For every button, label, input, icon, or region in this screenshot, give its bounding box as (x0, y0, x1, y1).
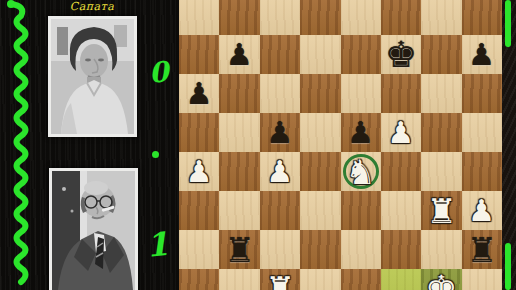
piece-white-rook: ♜ (265, 272, 295, 290)
square-g8[interactable] (421, 0, 461, 35)
square-b1[interactable] (219, 269, 259, 290)
square-b7[interactable]: ♟ (219, 35, 259, 74)
top-player-photo (48, 16, 137, 137)
piece-white-pawn: ♟ (468, 196, 495, 226)
piece-white-knight: ♞ (345, 155, 375, 189)
square-h5[interactable] (462, 113, 502, 152)
board-grid: ♟♚♟♟♟♟♟♟♟♞♜♟♜♜♜♚ (179, 0, 502, 290)
square-c4[interactable]: ♟ (260, 152, 300, 191)
square-e3[interactable] (341, 191, 381, 230)
top-player-score: 0 (147, 55, 170, 90)
piece-white-pawn: ♟ (388, 118, 415, 148)
square-c6[interactable] (260, 74, 300, 113)
video-frame: Сапата 0 (0, 0, 516, 290)
square-d8[interactable] (300, 0, 340, 35)
square-g5[interactable] (421, 113, 461, 152)
square-b5[interactable] (219, 113, 259, 152)
square-g1[interactable]: ♚ (421, 269, 461, 290)
square-a1[interactable] (179, 269, 219, 290)
piece-white-rook: ♜ (426, 194, 456, 228)
square-g4[interactable] (421, 152, 461, 191)
square-h8[interactable] (462, 0, 502, 35)
top-player-portrait (51, 19, 134, 134)
green-line-bottom (505, 243, 511, 290)
square-a7[interactable] (179, 35, 219, 74)
piece-black-rook: ♜ (467, 233, 497, 267)
square-g2[interactable] (421, 230, 461, 269)
square-a8[interactable] (179, 0, 219, 35)
square-f4[interactable] (381, 152, 421, 191)
piece-black-pawn: ♟ (347, 118, 374, 148)
piece-black-pawn: ♟ (226, 40, 253, 70)
square-h7[interactable]: ♟ (462, 35, 502, 74)
square-h1[interactable] (462, 269, 502, 290)
piece-black-rook: ♜ (224, 233, 254, 267)
square-c1[interactable]: ♜ (260, 269, 300, 290)
square-e2[interactable] (341, 230, 381, 269)
piece-black-pawn: ♟ (186, 79, 213, 109)
square-e5[interactable]: ♟ (341, 113, 381, 152)
square-e8[interactable] (341, 0, 381, 35)
piece-white-king: ♚ (425, 271, 457, 290)
square-d3[interactable] (300, 191, 340, 230)
square-e4[interactable]: ♞ (341, 152, 381, 191)
right-frame (502, 0, 516, 290)
bottom-player-score: 1 (144, 225, 170, 265)
piece-black-king: ♚ (385, 37, 417, 73)
piece-black-pawn: ♟ (266, 118, 293, 148)
square-d2[interactable] (300, 230, 340, 269)
square-b2[interactable]: ♜ (219, 230, 259, 269)
top-player-name: Сапата (44, 0, 140, 13)
piece-black-pawn: ♟ (468, 40, 495, 70)
square-a5[interactable] (179, 113, 219, 152)
square-e6[interactable] (341, 74, 381, 113)
green-squiggle-decoration (0, 0, 44, 290)
square-c3[interactable] (260, 191, 300, 230)
bottom-player-portrait (52, 171, 135, 290)
square-b3[interactable] (219, 191, 259, 230)
piece-white-pawn: ♟ (266, 157, 293, 187)
square-d4[interactable] (300, 152, 340, 191)
square-g7[interactable] (421, 35, 461, 74)
square-h3[interactable]: ♟ (462, 191, 502, 230)
piece-white-pawn: ♟ (186, 157, 213, 187)
square-d7[interactable] (300, 35, 340, 74)
square-h6[interactable] (462, 74, 502, 113)
square-f2[interactable] (381, 230, 421, 269)
square-b4[interactable] (219, 152, 259, 191)
square-b8[interactable] (219, 0, 259, 35)
square-c2[interactable] (260, 230, 300, 269)
square-h2[interactable]: ♜ (462, 230, 502, 269)
square-d5[interactable] (300, 113, 340, 152)
square-c7[interactable] (260, 35, 300, 74)
square-a2[interactable] (179, 230, 219, 269)
square-d1[interactable] (300, 269, 340, 290)
square-f3[interactable] (381, 191, 421, 230)
chess-board: ♟♚♟♟♟♟♟♟♟♞♜♟♜♜♜♚ (179, 0, 502, 290)
square-e7[interactable] (341, 35, 381, 74)
square-d6[interactable] (300, 74, 340, 113)
square-a3[interactable] (179, 191, 219, 230)
square-c5[interactable]: ♟ (260, 113, 300, 152)
square-f1[interactable] (381, 269, 421, 290)
square-a4[interactable]: ♟ (179, 152, 219, 191)
square-f7[interactable]: ♚ (381, 35, 421, 74)
square-f6[interactable] (381, 74, 421, 113)
score-separator-dot (152, 151, 159, 158)
square-a6[interactable]: ♟ (179, 74, 219, 113)
square-e1[interactable] (341, 269, 381, 290)
square-g6[interactable] (421, 74, 461, 113)
square-f8[interactable] (381, 0, 421, 35)
square-h4[interactable] (462, 152, 502, 191)
square-b6[interactable] (219, 74, 259, 113)
square-f5[interactable]: ♟ (381, 113, 421, 152)
bottom-player-photo (49, 168, 138, 290)
square-c8[interactable] (260, 0, 300, 35)
green-line-top (505, 0, 511, 47)
square-g3[interactable]: ♜ (421, 191, 461, 230)
